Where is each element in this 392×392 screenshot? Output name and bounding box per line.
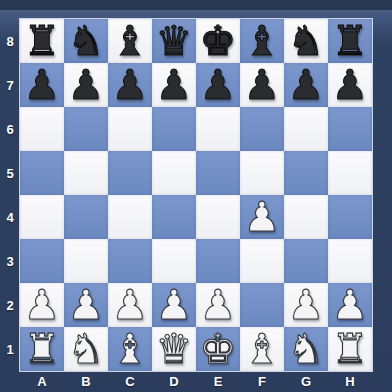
square-b5[interactable] <box>64 151 108 195</box>
rank-label-6: 6 <box>0 107 20 151</box>
square-a1[interactable]: ♜ <box>20 327 64 371</box>
rank-label-4: 4 <box>0 195 20 239</box>
square-f8[interactable]: ♝ <box>240 19 284 63</box>
rank-label-5: 5 <box>0 151 20 195</box>
square-h7[interactable]: ♟ <box>328 63 372 107</box>
piece-white-pawn[interactable]: ♟ <box>112 283 149 327</box>
piece-black-pawn[interactable]: ♟ <box>288 63 325 107</box>
square-e3[interactable] <box>196 239 240 283</box>
rank-label-7: 7 <box>0 63 20 107</box>
square-f5[interactable] <box>240 151 284 195</box>
rank-label-1: 1 <box>0 327 20 371</box>
chess-board-widget: ♜♞♝♛♚♝♞♜♟♟♟♟♟♟♟♟♟♟♟♟♟♟♟♟♜♞♝♛♚♝♞♜ 8765432… <box>0 0 392 392</box>
file-label-b: B <box>64 371 108 392</box>
square-g8[interactable]: ♞ <box>284 19 328 63</box>
piece-white-pawn[interactable]: ♟ <box>332 283 369 327</box>
square-a6[interactable] <box>20 107 64 151</box>
square-g2[interactable]: ♟ <box>284 283 328 327</box>
square-a5[interactable] <box>20 151 64 195</box>
square-f7[interactable]: ♟ <box>240 63 284 107</box>
file-label-h: H <box>328 371 372 392</box>
square-f2[interactable] <box>240 283 284 327</box>
square-b1[interactable]: ♞ <box>64 327 108 371</box>
square-a7[interactable]: ♟ <box>20 63 64 107</box>
rank-label-3: 3 <box>0 239 20 283</box>
piece-white-pawn[interactable]: ♟ <box>24 283 61 327</box>
piece-black-pawn[interactable]: ♟ <box>112 63 149 107</box>
square-g1[interactable]: ♞ <box>284 327 328 371</box>
square-b6[interactable] <box>64 107 108 151</box>
piece-white-bishop[interactable]: ♝ <box>112 327 149 371</box>
piece-black-pawn[interactable]: ♟ <box>68 63 105 107</box>
piece-white-knight[interactable]: ♞ <box>288 327 325 371</box>
piece-white-bishop[interactable]: ♝ <box>244 327 281 371</box>
square-c1[interactable]: ♝ <box>108 327 152 371</box>
square-h1[interactable]: ♜ <box>328 327 372 371</box>
piece-white-pawn[interactable]: ♟ <box>244 195 281 239</box>
square-b7[interactable]: ♟ <box>64 63 108 107</box>
square-d4[interactable] <box>152 195 196 239</box>
square-h6[interactable] <box>328 107 372 151</box>
file-label-a: A <box>20 371 64 392</box>
piece-black-queen[interactable]: ♛ <box>156 19 193 63</box>
piece-black-bishop[interactable]: ♝ <box>112 19 149 63</box>
square-c3[interactable] <box>108 239 152 283</box>
square-a3[interactable] <box>20 239 64 283</box>
square-c8[interactable]: ♝ <box>108 19 152 63</box>
piece-white-pawn[interactable]: ♟ <box>68 283 105 327</box>
square-g4[interactable] <box>284 195 328 239</box>
square-d2[interactable]: ♟ <box>152 283 196 327</box>
piece-white-pawn[interactable]: ♟ <box>288 283 325 327</box>
file-label-f: F <box>240 371 284 392</box>
piece-black-rook[interactable]: ♜ <box>24 19 61 63</box>
square-a8[interactable]: ♜ <box>20 19 64 63</box>
square-e7[interactable]: ♟ <box>196 63 240 107</box>
square-b8[interactable]: ♞ <box>64 19 108 63</box>
piece-black-knight[interactable]: ♞ <box>288 19 325 63</box>
square-b2[interactable]: ♟ <box>64 283 108 327</box>
square-h8[interactable]: ♜ <box>328 19 372 63</box>
square-e4[interactable] <box>196 195 240 239</box>
file-label-c: C <box>108 371 152 392</box>
square-c5[interactable] <box>108 151 152 195</box>
piece-black-knight[interactable]: ♞ <box>68 19 105 63</box>
file-label-d: D <box>152 371 196 392</box>
square-c7[interactable]: ♟ <box>108 63 152 107</box>
square-f6[interactable] <box>240 107 284 151</box>
square-b4[interactable] <box>64 195 108 239</box>
piece-white-rook[interactable]: ♜ <box>24 327 61 371</box>
square-g6[interactable] <box>284 107 328 151</box>
piece-white-king[interactable]: ♚ <box>200 327 237 371</box>
piece-black-king[interactable]: ♚ <box>200 19 237 63</box>
square-h2[interactable]: ♟ <box>328 283 372 327</box>
square-b3[interactable] <box>64 239 108 283</box>
square-d5[interactable] <box>152 151 196 195</box>
square-e1[interactable]: ♚ <box>196 327 240 371</box>
piece-black-bishop[interactable]: ♝ <box>244 19 281 63</box>
piece-white-rook[interactable]: ♜ <box>332 327 369 371</box>
square-f4[interactable]: ♟ <box>240 195 284 239</box>
piece-white-knight[interactable]: ♞ <box>68 327 105 371</box>
square-d6[interactable] <box>152 107 196 151</box>
chess-board: ♜♞♝♛♚♝♞♜♟♟♟♟♟♟♟♟♟♟♟♟♟♟♟♟♜♞♝♛♚♝♞♜ <box>20 19 372 371</box>
square-e2[interactable]: ♟ <box>196 283 240 327</box>
square-e8[interactable]: ♚ <box>196 19 240 63</box>
square-d8[interactable]: ♛ <box>152 19 196 63</box>
square-d1[interactable]: ♛ <box>152 327 196 371</box>
square-e5[interactable] <box>196 151 240 195</box>
piece-white-queen[interactable]: ♛ <box>156 327 193 371</box>
piece-black-pawn[interactable]: ♟ <box>24 63 61 107</box>
square-h4[interactable] <box>328 195 372 239</box>
square-c6[interactable] <box>108 107 152 151</box>
piece-black-pawn[interactable]: ♟ <box>156 63 193 107</box>
square-f3[interactable] <box>240 239 284 283</box>
square-d3[interactable] <box>152 239 196 283</box>
square-c4[interactable] <box>108 195 152 239</box>
piece-black-pawn[interactable]: ♟ <box>200 63 237 107</box>
square-a4[interactable] <box>20 195 64 239</box>
piece-black-pawn[interactable]: ♟ <box>332 63 369 107</box>
piece-white-pawn[interactable]: ♟ <box>200 283 237 327</box>
file-label-g: G <box>284 371 328 392</box>
square-d7[interactable]: ♟ <box>152 63 196 107</box>
square-g5[interactable] <box>284 151 328 195</box>
file-label-e: E <box>196 371 240 392</box>
square-h5[interactable] <box>328 151 372 195</box>
square-a2[interactable]: ♟ <box>20 283 64 327</box>
piece-white-pawn[interactable]: ♟ <box>156 283 193 327</box>
piece-black-pawn[interactable]: ♟ <box>244 63 281 107</box>
square-e6[interactable] <box>196 107 240 151</box>
piece-black-rook[interactable]: ♜ <box>332 19 369 63</box>
rank-label-8: 8 <box>0 19 20 63</box>
square-f1[interactable]: ♝ <box>240 327 284 371</box>
square-c2[interactable]: ♟ <box>108 283 152 327</box>
square-h3[interactable] <box>328 239 372 283</box>
rank-label-2: 2 <box>0 283 20 327</box>
square-g7[interactable]: ♟ <box>284 63 328 107</box>
square-g3[interactable] <box>284 239 328 283</box>
